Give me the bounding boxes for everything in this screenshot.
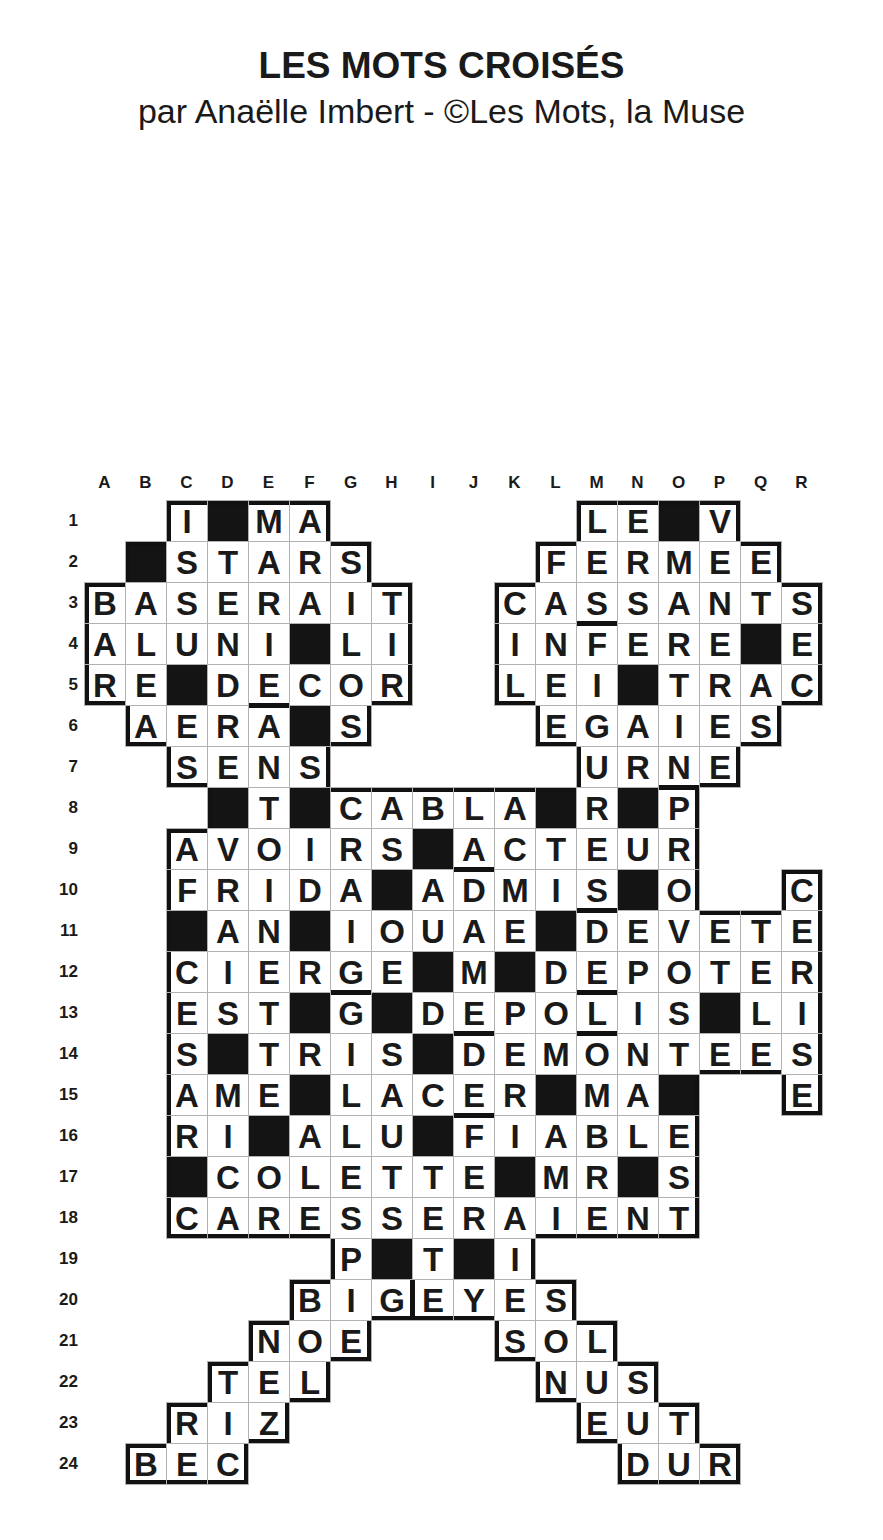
cell-D14 [207, 1033, 249, 1075]
cell-B5[interactable]: E [125, 664, 167, 706]
cell-G2[interactable]: S [330, 541, 372, 583]
cell-C2[interactable]: S [166, 541, 208, 583]
cell-N12[interactable]: P [617, 951, 659, 993]
cell-F12[interactable]: R [289, 951, 331, 993]
cell-N16[interactable]: L [617, 1115, 659, 1157]
word-separator-bar-right-of-H20 [410, 1280, 415, 1320]
row-label-12: 12 [36, 951, 78, 993]
cell-N7[interactable]: R [617, 746, 659, 788]
cell-B24[interactable]: B [125, 1443, 167, 1485]
cell-I19[interactable]: T [412, 1238, 454, 1280]
cell-K5[interactable]: L [494, 664, 536, 706]
cell-P13 [699, 992, 741, 1034]
cell-K16[interactable]: I [494, 1115, 536, 1157]
cell-J19 [453, 1238, 495, 1280]
cell-P11[interactable]: E [699, 910, 741, 952]
cell-Q2[interactable]: E [740, 541, 782, 583]
cell-E13[interactable]: T [248, 992, 290, 1034]
cell-R13[interactable]: I [781, 992, 823, 1034]
row-label-11: 11 [36, 910, 78, 952]
word-separator-bar-below-M10 [577, 908, 617, 913]
cell-D13[interactable]: S [207, 992, 249, 1034]
cell-E23[interactable]: Z [248, 1402, 290, 1444]
cell-K18[interactable]: A [494, 1197, 536, 1239]
cell-G8[interactable]: C [330, 787, 372, 829]
cell-B6[interactable]: A [125, 705, 167, 747]
cell-H20[interactable]: G [371, 1279, 413, 1321]
cell-E6[interactable]: A [248, 705, 290, 747]
cell-H12[interactable]: E [371, 951, 413, 993]
cell-I16 [412, 1115, 454, 1157]
row-label-8: 8 [36, 787, 78, 829]
cell-O11[interactable]: V [658, 910, 700, 952]
cell-F10[interactable]: D [289, 869, 331, 911]
cell-N17 [617, 1156, 659, 1198]
cell-Q14[interactable]: E [740, 1033, 782, 1075]
cell-J13[interactable]: E [453, 992, 495, 1034]
cell-F21[interactable]: O [289, 1320, 331, 1362]
col-label-C: C [166, 472, 207, 496]
cell-O3[interactable]: A [658, 582, 700, 624]
cell-O5[interactable]: T [658, 664, 700, 706]
row-label-24: 24 [36, 1443, 78, 1485]
cell-H13 [371, 992, 413, 1034]
cell-O13[interactable]: S [658, 992, 700, 1034]
cell-E21[interactable]: N [248, 1320, 290, 1362]
cell-M1[interactable]: L [576, 500, 618, 542]
cell-J18[interactable]: R [453, 1197, 495, 1239]
cell-E8[interactable]: T [248, 787, 290, 829]
cell-M15[interactable]: M [576, 1074, 618, 1116]
cell-M5[interactable]: I [576, 664, 618, 706]
cell-L8 [535, 787, 577, 829]
cell-D4[interactable]: N [207, 623, 249, 665]
cell-J11[interactable]: A [453, 910, 495, 952]
cell-G4[interactable]: L [330, 623, 372, 665]
cell-E22[interactable]: E [248, 1361, 290, 1403]
cell-K4[interactable]: I [494, 623, 536, 665]
cell-R14[interactable]: S [781, 1033, 823, 1075]
cell-E5[interactable]: E [248, 664, 290, 706]
cell-D22[interactable]: T [207, 1361, 249, 1403]
cell-N6[interactable]: A [617, 705, 659, 747]
cell-D15[interactable]: M [207, 1074, 249, 1116]
cell-E18[interactable]: R [248, 1197, 290, 1239]
cell-K19[interactable]: I [494, 1238, 536, 1280]
cell-J10[interactable]: D [453, 869, 495, 911]
cell-P1[interactable]: V [699, 500, 741, 542]
cell-M12[interactable]: E [576, 951, 618, 993]
row-label-1: 1 [36, 500, 78, 542]
cell-G15[interactable]: L [330, 1074, 372, 1116]
cell-N13[interactable]: I [617, 992, 659, 1034]
cell-O15 [658, 1074, 700, 1116]
cell-Q13[interactable]: L [740, 992, 782, 1034]
cell-F20[interactable]: B [289, 1279, 331, 1321]
cell-D24[interactable]: C [207, 1443, 249, 1485]
cell-E10[interactable]: I [248, 869, 290, 911]
cell-L18[interactable]: I [535, 1197, 577, 1239]
cell-L20[interactable]: S [535, 1279, 577, 1321]
cell-M9[interactable]: E [576, 828, 618, 870]
cell-O7[interactable]: N [658, 746, 700, 788]
cell-M2[interactable]: E [576, 541, 618, 583]
cell-M21[interactable]: L [576, 1320, 618, 1362]
col-label-Q: Q [740, 472, 781, 496]
cell-L2[interactable]: F [535, 541, 577, 583]
cell-O8[interactable]: P [658, 787, 700, 829]
cell-R5[interactable]: C [781, 664, 823, 706]
cell-E7[interactable]: N [248, 746, 290, 788]
col-label-L: L [535, 472, 576, 496]
cell-E17[interactable]: O [248, 1156, 290, 1198]
cell-C1[interactable]: I [166, 500, 208, 542]
cell-F22[interactable]: L [289, 1361, 331, 1403]
cell-G16[interactable]: L [330, 1115, 372, 1157]
cell-F8 [289, 787, 331, 829]
cell-P4[interactable]: E [699, 623, 741, 665]
cell-D1 [207, 500, 249, 542]
cell-G11[interactable]: I [330, 910, 372, 952]
cell-D5[interactable]: D [207, 664, 249, 706]
cell-C11 [166, 910, 208, 952]
title-block: LES MOTS CROISÉS par Anaëlle Imbert - ©L… [0, 44, 883, 134]
cell-P3[interactable]: N [699, 582, 741, 624]
cell-C17 [166, 1156, 208, 1198]
cell-M22[interactable]: U [576, 1361, 618, 1403]
cell-E9[interactable]: O [248, 828, 290, 870]
cell-H10 [371, 869, 413, 911]
cell-Q12[interactable]: E [740, 951, 782, 993]
cell-J15[interactable]: E [453, 1074, 495, 1116]
cell-C16[interactable]: R [166, 1115, 208, 1157]
col-label-M: M [576, 472, 617, 496]
cell-D11[interactable]: A [207, 910, 249, 952]
cell-M4[interactable]: F [576, 623, 618, 665]
cell-B3[interactable]: A [125, 582, 167, 624]
row-label-18: 18 [36, 1197, 78, 1239]
cell-C10[interactable]: F [166, 869, 208, 911]
cell-P6[interactable]: E [699, 705, 741, 747]
cell-K12 [494, 951, 536, 993]
cell-I20[interactable]: E [412, 1279, 454, 1321]
cell-F9[interactable]: I [289, 828, 331, 870]
cell-M3[interactable]: S [576, 582, 618, 624]
cell-D2[interactable]: T [207, 541, 249, 583]
row-label-15: 15 [36, 1074, 78, 1116]
cell-P7[interactable]: E [699, 746, 741, 788]
cell-O9[interactable]: R [658, 828, 700, 870]
cell-N14[interactable]: N [617, 1033, 659, 1075]
cell-J8[interactable]: L [453, 787, 495, 829]
cell-I10[interactable]: A [412, 869, 454, 911]
cell-N5 [617, 664, 659, 706]
row-label-22: 22 [36, 1361, 78, 1403]
cell-F5[interactable]: C [289, 664, 331, 706]
cell-M7[interactable]: U [576, 746, 618, 788]
cell-G9[interactable]: R [330, 828, 372, 870]
cell-D6[interactable]: R [207, 705, 249, 747]
cell-M11[interactable]: D [576, 910, 618, 952]
word-separator-bar-below-M12 [577, 990, 617, 995]
cell-L10[interactable]: I [535, 869, 577, 911]
cell-H15[interactable]: A [371, 1074, 413, 1116]
cell-G18[interactable]: S [330, 1197, 372, 1239]
cell-E1[interactable]: M [248, 500, 290, 542]
cell-C3[interactable]: S [166, 582, 208, 624]
cell-K10[interactable]: M [494, 869, 536, 911]
cell-F11 [289, 910, 331, 952]
row-label-3: 3 [36, 582, 78, 624]
col-label-B: B [125, 472, 166, 496]
cell-F18[interactable]: E [289, 1197, 331, 1239]
cell-O4[interactable]: R [658, 623, 700, 665]
cell-O23[interactable]: T [658, 1402, 700, 1444]
cell-N15[interactable]: A [617, 1074, 659, 1116]
cell-C7[interactable]: S [166, 746, 208, 788]
cell-D12[interactable]: I [207, 951, 249, 993]
cell-E11[interactable]: N [248, 910, 290, 952]
cell-M23[interactable]: E [576, 1402, 618, 1444]
cell-H9[interactable]: S [371, 828, 413, 870]
cell-L9[interactable]: T [535, 828, 577, 870]
cell-H18[interactable]: S [371, 1197, 413, 1239]
cell-F17[interactable]: L [289, 1156, 331, 1198]
cell-C9[interactable]: A [166, 828, 208, 870]
cell-J14[interactable]: D [453, 1033, 495, 1075]
cell-I15[interactable]: C [412, 1074, 454, 1116]
cell-Q11[interactable]: T [740, 910, 782, 952]
cell-F2[interactable]: R [289, 541, 331, 583]
cell-M8[interactable]: R [576, 787, 618, 829]
col-label-K: K [494, 472, 535, 496]
cell-C18[interactable]: C [166, 1197, 208, 1239]
word-separator-bar-below-G12 [331, 990, 371, 995]
cell-F16[interactable]: A [289, 1115, 331, 1157]
cell-H8[interactable]: A [371, 787, 413, 829]
cell-H16[interactable]: U [371, 1115, 413, 1157]
cell-I8[interactable]: B [412, 787, 454, 829]
cell-D10[interactable]: R [207, 869, 249, 911]
cell-L22[interactable]: N [535, 1361, 577, 1403]
cell-O17[interactable]: S [658, 1156, 700, 1198]
cell-F7[interactable]: S [289, 746, 331, 788]
cell-R3[interactable]: S [781, 582, 823, 624]
cell-O24[interactable]: U [658, 1443, 700, 1485]
row-label-2: 2 [36, 541, 78, 583]
cell-R15[interactable]: E [781, 1074, 823, 1116]
cell-B4[interactable]: L [125, 623, 167, 665]
cell-C15[interactable]: A [166, 1074, 208, 1116]
cell-Q5[interactable]: A [740, 664, 782, 706]
cell-K3[interactable]: C [494, 582, 536, 624]
cell-M16[interactable]: B [576, 1115, 618, 1157]
cell-I18[interactable]: E [412, 1197, 454, 1239]
cell-L3[interactable]: A [535, 582, 577, 624]
cell-K8[interactable]: A [494, 787, 536, 829]
cell-L11 [535, 910, 577, 952]
cell-E4[interactable]: I [248, 623, 290, 665]
cell-E12[interactable]: E [248, 951, 290, 993]
cell-C23[interactable]: R [166, 1402, 208, 1444]
cell-P5[interactable]: R [699, 664, 741, 706]
cell-E2[interactable]: A [248, 541, 290, 583]
cell-G5[interactable]: O [330, 664, 372, 706]
cell-M18[interactable]: E [576, 1197, 618, 1239]
cell-R12[interactable]: R [781, 951, 823, 993]
col-label-R: R [781, 472, 822, 496]
cell-L15 [535, 1074, 577, 1116]
cell-M17[interactable]: R [576, 1156, 618, 1198]
cell-A5[interactable]: R [84, 664, 126, 706]
cell-H4[interactable]: I [371, 623, 413, 665]
cell-L6[interactable]: E [535, 705, 577, 747]
cell-K9[interactable]: C [494, 828, 536, 870]
col-label-I: I [412, 472, 453, 496]
cell-A3[interactable]: B [84, 582, 126, 624]
cell-G3[interactable]: I [330, 582, 372, 624]
cell-G12[interactable]: G [330, 951, 372, 993]
cell-A4[interactable]: A [84, 623, 126, 665]
cell-E15[interactable]: E [248, 1074, 290, 1116]
cell-N4[interactable]: E [617, 623, 659, 665]
cell-O18[interactable]: T [658, 1197, 700, 1239]
cell-K14[interactable]: E [494, 1033, 536, 1075]
cell-M10[interactable]: S [576, 869, 618, 911]
cell-Q6[interactable]: S [740, 705, 782, 747]
cell-D23[interactable]: I [207, 1402, 249, 1444]
cell-R4[interactable]: E [781, 623, 823, 665]
cell-J12[interactable]: M [453, 951, 495, 993]
cell-J16[interactable]: F [453, 1115, 495, 1157]
col-label-G: G [330, 472, 371, 496]
cell-L12[interactable]: D [535, 951, 577, 993]
cell-G14[interactable]: I [330, 1033, 372, 1075]
cell-N3[interactable]: S [617, 582, 659, 624]
cell-C4[interactable]: U [166, 623, 208, 665]
cell-N9[interactable]: U [617, 828, 659, 870]
cell-P12[interactable]: T [699, 951, 741, 993]
word-separator-bar-below-J15 [454, 1113, 494, 1118]
cell-F6 [289, 705, 331, 747]
cell-L5[interactable]: E [535, 664, 577, 706]
cell-G21[interactable]: E [330, 1320, 372, 1362]
cell-I11[interactable]: U [412, 910, 454, 952]
cell-E14[interactable]: T [248, 1033, 290, 1075]
cell-G13[interactable]: G [330, 992, 372, 1034]
cell-H17[interactable]: T [371, 1156, 413, 1198]
cell-D17[interactable]: C [207, 1156, 249, 1198]
cell-C6[interactable]: E [166, 705, 208, 747]
cell-G17[interactable]: E [330, 1156, 372, 1198]
cell-Q4 [740, 623, 782, 665]
cell-I17[interactable]: T [412, 1156, 454, 1198]
cell-K13[interactable]: P [494, 992, 536, 1034]
cell-M13[interactable]: L [576, 992, 618, 1034]
cell-F3[interactable]: A [289, 582, 331, 624]
cell-O16[interactable]: E [658, 1115, 700, 1157]
cell-R11[interactable]: E [781, 910, 823, 952]
cell-G20[interactable]: I [330, 1279, 372, 1321]
cell-M14[interactable]: O [576, 1033, 618, 1075]
cell-C12[interactable]: C [166, 951, 208, 993]
cell-F1[interactable]: A [289, 500, 331, 542]
word-separator-bar-below-J13 [454, 1031, 494, 1036]
cell-P24[interactable]: R [699, 1443, 741, 1485]
cell-N24[interactable]: D [617, 1443, 659, 1485]
cell-O6[interactable]: I [658, 705, 700, 747]
cell-D7[interactable]: E [207, 746, 249, 788]
cell-L13[interactable]: O [535, 992, 577, 1034]
cell-N1[interactable]: E [617, 500, 659, 542]
col-label-J: J [453, 472, 494, 496]
cell-L14[interactable]: M [535, 1033, 577, 1075]
cell-F14[interactable]: R [289, 1033, 331, 1075]
cell-N23[interactable]: U [617, 1402, 659, 1444]
cell-D18[interactable]: A [207, 1197, 249, 1239]
cell-N18[interactable]: N [617, 1197, 659, 1239]
cell-D16[interactable]: I [207, 1115, 249, 1157]
cell-G6[interactable]: S [330, 705, 372, 747]
cell-H3[interactable]: T [371, 582, 413, 624]
cell-Q3[interactable]: T [740, 582, 782, 624]
cell-K21[interactable]: S [494, 1320, 536, 1362]
cell-P14[interactable]: E [699, 1033, 741, 1075]
cell-C13[interactable]: E [166, 992, 208, 1034]
cell-I13[interactable]: D [412, 992, 454, 1034]
cell-J17[interactable]: E [453, 1156, 495, 1198]
cell-L16[interactable]: A [535, 1115, 577, 1157]
cell-L21[interactable]: O [535, 1320, 577, 1362]
cell-C5 [166, 664, 208, 706]
cell-K15[interactable]: R [494, 1074, 536, 1116]
cell-M6[interactable]: G [576, 705, 618, 747]
row-label-17: 17 [36, 1156, 78, 1198]
cell-E3[interactable]: R [248, 582, 290, 624]
cell-O2[interactable]: M [658, 541, 700, 583]
cell-H11[interactable]: O [371, 910, 413, 952]
cell-K20[interactable]: E [494, 1279, 536, 1321]
cell-O12[interactable]: O [658, 951, 700, 993]
row-label-6: 6 [36, 705, 78, 747]
cell-J9[interactable]: A [453, 828, 495, 870]
word-separator-bar-below-M3 [577, 621, 617, 626]
cell-R10[interactable]: C [781, 869, 823, 911]
cell-N2[interactable]: R [617, 541, 659, 583]
cell-H14[interactable]: S [371, 1033, 413, 1075]
cell-O10[interactable]: O [658, 869, 700, 911]
col-label-H: H [371, 472, 412, 496]
cell-L17[interactable]: M [535, 1156, 577, 1198]
cell-P2[interactable]: E [699, 541, 741, 583]
cell-G10[interactable]: A [330, 869, 372, 911]
word-separator-bar-below-J9 [454, 867, 494, 872]
col-label-P: P [699, 472, 740, 496]
cell-K11[interactable]: E [494, 910, 536, 952]
cell-O14[interactable]: T [658, 1033, 700, 1075]
cell-D9[interactable]: V [207, 828, 249, 870]
cell-D3[interactable]: E [207, 582, 249, 624]
cell-C14[interactable]: S [166, 1033, 208, 1075]
cell-N11[interactable]: E [617, 910, 659, 952]
cell-L4[interactable]: N [535, 623, 577, 665]
cell-N22[interactable]: S [617, 1361, 659, 1403]
cell-K17 [494, 1156, 536, 1198]
cell-G19[interactable]: P [330, 1238, 372, 1280]
cell-H5[interactable]: R [371, 664, 413, 706]
cell-J20[interactable]: Y [453, 1279, 495, 1321]
cell-C24[interactable]: E [166, 1443, 208, 1485]
